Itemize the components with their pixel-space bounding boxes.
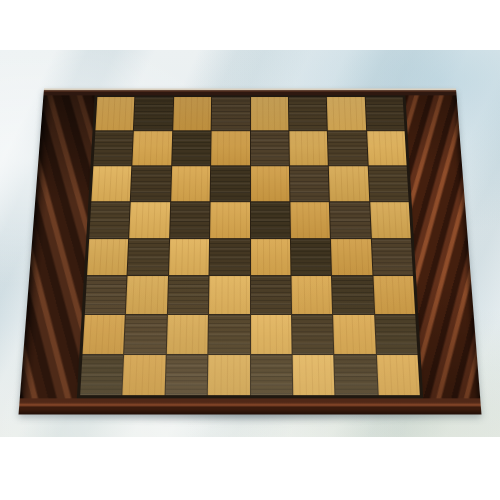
square-b5 <box>130 202 170 238</box>
square-c5 <box>170 202 210 238</box>
square-e3 <box>251 276 291 314</box>
square-g7 <box>328 131 367 165</box>
square-g4 <box>331 239 372 276</box>
square-b6 <box>131 166 171 201</box>
square-f8 <box>289 97 327 130</box>
frame-bottom-rail <box>19 398 482 414</box>
square-e2 <box>251 315 292 354</box>
square-c8 <box>173 97 211 130</box>
letterbox-bottom <box>0 437 500 500</box>
frame-top-rail <box>43 88 456 95</box>
square-e1 <box>251 355 293 395</box>
square-b7 <box>133 131 172 165</box>
square-a2 <box>83 315 126 354</box>
square-g8 <box>327 97 366 130</box>
square-c2 <box>167 315 209 354</box>
square-f1 <box>293 355 335 395</box>
square-f6 <box>290 166 329 201</box>
square-g5 <box>330 202 370 238</box>
square-h8 <box>365 97 404 130</box>
square-f7 <box>289 131 328 165</box>
checkerboard <box>77 95 423 398</box>
chessboard <box>19 88 482 414</box>
fabric-backdrop <box>0 50 500 437</box>
square-a6 <box>91 166 131 201</box>
square-g3 <box>332 276 373 314</box>
square-a3 <box>85 276 127 314</box>
square-f3 <box>291 276 332 314</box>
square-f2 <box>292 315 334 354</box>
letterbox-top <box>0 0 500 50</box>
square-h2 <box>375 315 418 354</box>
square-c6 <box>171 166 210 201</box>
square-h7 <box>367 131 407 165</box>
square-g2 <box>333 315 375 354</box>
square-a1 <box>80 355 123 395</box>
square-d5 <box>210 202 249 238</box>
square-c4 <box>169 239 209 276</box>
square-e6 <box>250 166 289 201</box>
square-d3 <box>209 276 249 314</box>
square-b8 <box>134 97 173 130</box>
square-d8 <box>212 97 250 130</box>
square-h1 <box>377 355 420 395</box>
square-e5 <box>250 202 289 238</box>
square-b3 <box>126 276 167 314</box>
square-a8 <box>95 97 134 130</box>
square-g1 <box>335 355 378 395</box>
square-d4 <box>210 239 250 276</box>
square-a5 <box>89 202 130 238</box>
square-g6 <box>329 166 369 201</box>
square-a7 <box>93 131 133 165</box>
square-d1 <box>208 355 250 395</box>
square-h6 <box>368 166 408 201</box>
square-d7 <box>211 131 249 165</box>
square-e4 <box>250 239 290 276</box>
square-e8 <box>250 97 288 130</box>
square-h4 <box>371 239 412 276</box>
square-d2 <box>209 315 250 354</box>
square-e7 <box>250 131 288 165</box>
square-c7 <box>172 131 211 165</box>
square-a4 <box>87 239 128 276</box>
square-h3 <box>373 276 415 314</box>
square-f4 <box>291 239 331 276</box>
square-b2 <box>125 315 167 354</box>
square-c3 <box>168 276 209 314</box>
square-b4 <box>128 239 169 276</box>
square-b1 <box>123 355 166 395</box>
square-d6 <box>211 166 250 201</box>
square-c1 <box>165 355 207 395</box>
square-f5 <box>290 202 330 238</box>
square-h5 <box>370 202 411 238</box>
